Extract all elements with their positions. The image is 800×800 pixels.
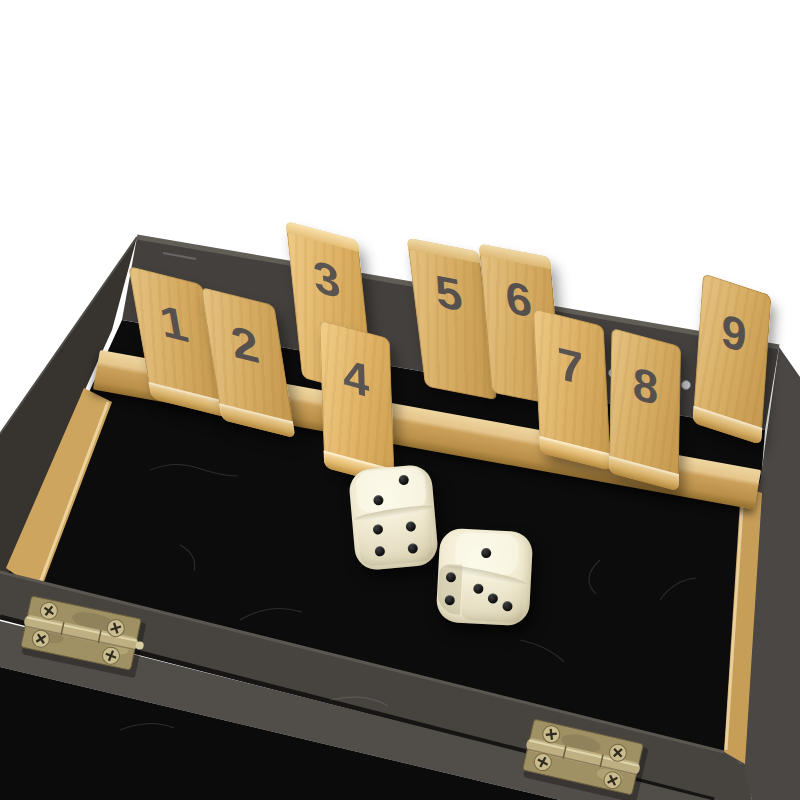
- tile-4[interactable]: 4: [319, 320, 395, 487]
- tile-number: 9: [720, 306, 748, 360]
- die-right-face: [461, 573, 526, 623]
- die-pip: [375, 546, 386, 557]
- tile-9[interactable]: 9: [692, 273, 771, 445]
- tile-number: 6: [504, 274, 534, 325]
- die-top-face: [454, 531, 519, 576]
- die-front-face: [357, 510, 434, 567]
- tile-7[interactable]: 7: [533, 308, 612, 471]
- die-left[interactable]: [348, 464, 439, 572]
- tile-number: 3: [311, 253, 342, 306]
- die-pip: [445, 572, 456, 583]
- tile-number: 8: [632, 360, 658, 413]
- die-right[interactable]: [436, 528, 534, 627]
- die-left-face: [437, 563, 463, 615]
- pivot-rod-glint: [682, 381, 691, 390]
- die-top-face: [355, 466, 428, 514]
- die-pip: [405, 521, 416, 532]
- die-pip: [502, 601, 513, 612]
- shut-the-box-scene: 3 5 6 1 2 4 7 8 9: [0, 0, 800, 800]
- tile-number: 4: [342, 352, 369, 405]
- die-pip: [407, 543, 418, 554]
- die-pip: [373, 495, 384, 506]
- die-pip: [481, 548, 492, 559]
- tile-number: 2: [228, 318, 262, 370]
- tile-number: 7: [557, 340, 585, 392]
- die-pip: [399, 474, 410, 485]
- tile-number: 1: [156, 297, 191, 349]
- die-pip: [488, 593, 499, 604]
- die-pip: [444, 595, 455, 606]
- die-pip: [473, 584, 484, 595]
- die-pip: [373, 524, 384, 535]
- tile-number: 5: [433, 268, 465, 319]
- tile-8[interactable]: 8: [609, 328, 681, 492]
